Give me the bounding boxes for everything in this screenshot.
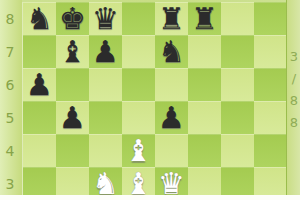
rank-label-gutter: 876543 xyxy=(0,0,22,200)
square-c8[interactable]: ♛ xyxy=(89,2,122,35)
square-b6[interactable] xyxy=(56,68,89,101)
black-pawn-a6[interactable]: ♟ xyxy=(23,68,56,101)
square-g8[interactable] xyxy=(221,2,254,35)
square-a4[interactable] xyxy=(23,134,56,167)
black-queen-c8[interactable]: ♛ xyxy=(89,2,122,35)
square-b8[interactable]: ♚ xyxy=(56,2,89,35)
black-pawn-e5[interactable]: ♟ xyxy=(155,101,188,134)
square-c4[interactable] xyxy=(89,134,122,167)
rank-label-8: 8 xyxy=(0,2,20,35)
square-g4[interactable] xyxy=(221,134,254,167)
square-a8[interactable]: ♞ xyxy=(23,2,56,35)
right-panel: 3/88 xyxy=(286,0,300,200)
square-d4[interactable]: ♝ xyxy=(122,134,155,167)
square-a7[interactable] xyxy=(23,35,56,68)
progress-vertical-text: 3/88 xyxy=(287,46,300,134)
progress-char: 8 xyxy=(290,112,298,134)
square-h4[interactable] xyxy=(254,134,287,167)
black-knight-a8[interactable]: ♞ xyxy=(23,2,56,35)
square-c7[interactable]: ♟ xyxy=(89,35,122,68)
square-h6[interactable] xyxy=(254,68,287,101)
black-pawn-b5[interactable]: ♟ xyxy=(56,101,89,134)
square-e4[interactable] xyxy=(155,134,188,167)
square-b4[interactable] xyxy=(56,134,89,167)
square-a6[interactable]: ♟ xyxy=(23,68,56,101)
black-king-b8[interactable]: ♚ xyxy=(56,2,89,35)
square-f4[interactable] xyxy=(188,134,221,167)
square-g6[interactable] xyxy=(221,68,254,101)
progress-char: 3 xyxy=(290,46,298,68)
chess-board: ♞♚♛♜♜♝♟♞♟♟♟♝♞♝♛ xyxy=(22,2,287,200)
square-d6[interactable] xyxy=(122,68,155,101)
black-rook-f8[interactable]: ♜ xyxy=(188,2,221,35)
rank-label-7: 7 xyxy=(0,35,20,68)
progress-char: 8 xyxy=(290,90,298,112)
square-b5[interactable]: ♟ xyxy=(56,101,89,134)
square-h7[interactable] xyxy=(254,35,287,68)
square-c5[interactable] xyxy=(89,101,122,134)
black-bishop-b7[interactable]: ♝ xyxy=(56,35,89,68)
square-a5[interactable] xyxy=(23,101,56,134)
square-e7[interactable]: ♞ xyxy=(155,35,188,68)
square-f6[interactable] xyxy=(188,68,221,101)
rank-label-5: 5 xyxy=(0,101,20,134)
chess-app-panel: 876543 ♞♚♛♜♜♝♟♞♟♟♟♝♞♝♛ 3/88 xyxy=(0,0,300,200)
white-bishop-d4[interactable]: ♝ xyxy=(122,134,155,167)
black-rook-e8[interactable]: ♜ xyxy=(155,2,188,35)
square-e8[interactable]: ♜ xyxy=(155,2,188,35)
square-d5[interactable] xyxy=(122,101,155,134)
square-e5[interactable]: ♟ xyxy=(155,101,188,134)
square-c6[interactable] xyxy=(89,68,122,101)
square-f5[interactable] xyxy=(188,101,221,134)
square-g5[interactable] xyxy=(221,101,254,134)
square-d7[interactable] xyxy=(122,35,155,68)
square-f7[interactable] xyxy=(188,35,221,68)
square-f8[interactable]: ♜ xyxy=(188,2,221,35)
rank-label-6: 6 xyxy=(0,68,20,101)
black-pawn-c7[interactable]: ♟ xyxy=(89,35,122,68)
square-h5[interactable] xyxy=(254,101,287,134)
square-d8[interactable] xyxy=(122,2,155,35)
bottom-edge xyxy=(0,195,300,200)
progress-char: / xyxy=(292,68,296,90)
square-h8[interactable] xyxy=(254,2,287,35)
black-knight-e7[interactable]: ♞ xyxy=(155,35,188,68)
rank-label-4: 4 xyxy=(0,134,20,167)
square-b7[interactable]: ♝ xyxy=(56,35,89,68)
square-g7[interactable] xyxy=(221,35,254,68)
square-e6[interactable] xyxy=(155,68,188,101)
